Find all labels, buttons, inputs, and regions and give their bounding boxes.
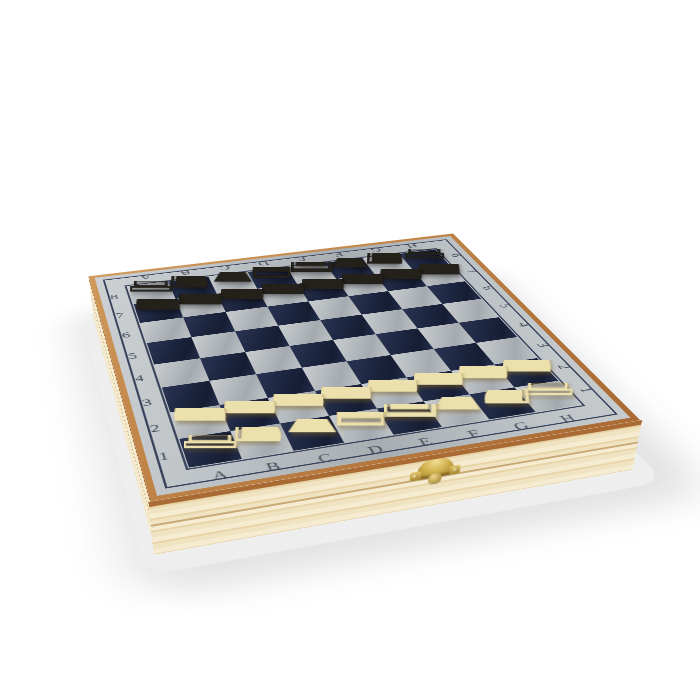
piece-white-rook-a1[interactable]: ♜ xyxy=(183,435,236,449)
piece-black-pawn-a7[interactable]: ♟ xyxy=(136,299,179,310)
chess-board: 8765432187654321ABCDEFGHABCDEFGH♜♞♝♛♚♝♞♜… xyxy=(89,234,641,502)
black-pawn-glyph: ♟ xyxy=(125,249,190,322)
chess-scene: 8765432187654321ABCDEFGHABCDEFGH♜♞♝♛♚♝♞♜… xyxy=(0,0,700,700)
product-photo-stage: Folding wooden chess box with silver and… xyxy=(0,0,700,700)
white-rook-glyph: ♜ xyxy=(168,369,252,463)
brass-clasp-icon[interactable] xyxy=(409,455,461,492)
clasp-knob xyxy=(428,472,442,484)
